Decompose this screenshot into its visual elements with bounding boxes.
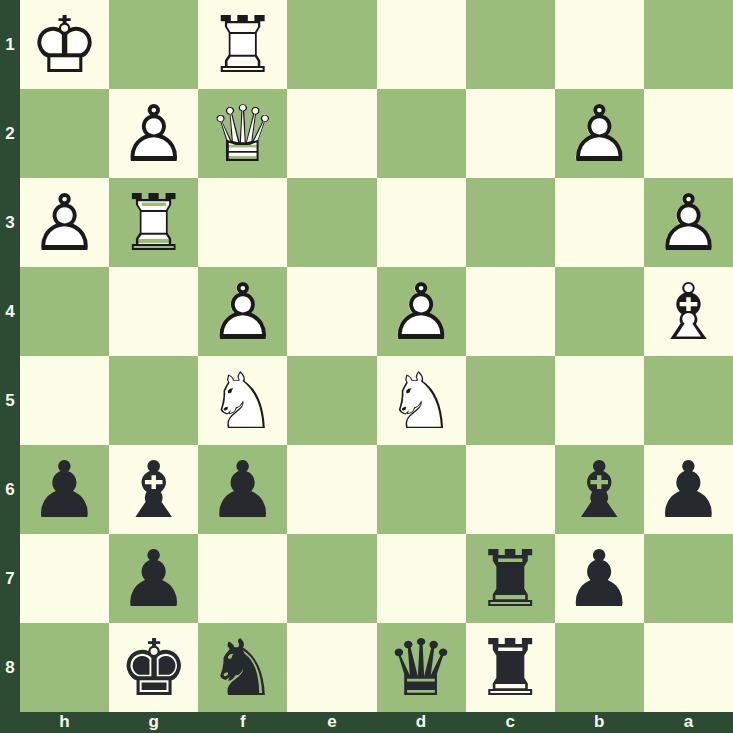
piece-white-rook[interactable]: ♜♖ [198,0,287,89]
square-h4[interactable] [20,267,109,356]
black-piece-glyph: ♟ [644,445,733,534]
file-label-c: c [466,712,555,733]
piece-black-pawn[interactable]: ♟ [555,534,644,623]
square-a4[interactable]: ♝♗ [644,267,733,356]
white-piece-outline-glyph: ♔ [20,0,109,89]
white-piece-outline-glyph: ♕ [198,89,287,178]
square-g7[interactable]: ♟ [109,534,198,623]
square-a6[interactable]: ♟ [644,445,733,534]
piece-black-rook[interactable]: ♜ [466,623,555,712]
file-label-f: f [198,712,287,733]
square-c3[interactable] [466,178,555,267]
square-e7[interactable] [287,534,376,623]
white-piece-outline-glyph: ♖ [198,0,287,89]
square-b8[interactable] [555,623,644,712]
square-b5[interactable] [555,356,644,445]
square-a8[interactable] [644,623,733,712]
border-corner [0,712,20,733]
piece-black-pawn[interactable]: ♟ [109,534,198,623]
square-b2[interactable]: ♟♙ [555,89,644,178]
black-piece-glyph: ♚ [109,623,198,712]
rank-label-7: 7 [0,534,20,623]
square-c8[interactable]: ♜ [466,623,555,712]
square-a3[interactable]: ♟♙ [644,178,733,267]
white-piece-outline-glyph: ♗ [644,267,733,356]
black-piece-glyph: ♞ [198,623,287,712]
square-c4[interactable] [466,267,555,356]
square-e2[interactable] [287,89,376,178]
piece-white-pawn[interactable]: ♟♙ [109,89,198,178]
black-piece-glyph: ♝ [109,445,198,534]
file-label-d: d [377,712,466,733]
square-h2[interactable] [20,89,109,178]
square-d2[interactable] [377,89,466,178]
piece-white-pawn[interactable]: ♟♙ [644,178,733,267]
rank-label-6: 6 [0,445,20,534]
black-piece-glyph: ♜ [466,534,555,623]
square-g6[interactable]: ♝ [109,445,198,534]
square-h5[interactable] [20,356,109,445]
piece-white-pawn[interactable]: ♟♙ [20,178,109,267]
square-e4[interactable] [287,267,376,356]
square-d8[interactable]: ♛ [377,623,466,712]
chess-board-frame: 12345678 ♚♔♜♖♟♙♛♕♟♙♟♙♜♖♟♙♟♙♟♙♝♗♞♘♞♘♟♝♟♝♟… [0,0,733,733]
black-piece-glyph: ♟ [555,534,644,623]
square-f7[interactable] [198,534,287,623]
piece-black-knight[interactable]: ♞ [198,623,287,712]
board: ♚♔♜♖♟♙♛♕♟♙♟♙♜♖♟♙♟♙♟♙♝♗♞♘♞♘♟♝♟♝♟♟♜♟♚♞♛♜ [20,0,733,712]
white-piece-outline-glyph: ♙ [198,267,287,356]
square-a7[interactable] [644,534,733,623]
square-d5[interactable]: ♞♘ [377,356,466,445]
file-label-g: g [109,712,198,733]
white-piece-outline-glyph: ♖ [109,178,198,267]
file-label-b: b [555,712,644,733]
black-piece-glyph: ♟ [198,445,287,534]
piece-white-bishop[interactable]: ♝♗ [644,267,733,356]
square-f4[interactable]: ♟♙ [198,267,287,356]
piece-black-king[interactable]: ♚ [109,623,198,712]
square-h6[interactable]: ♟ [20,445,109,534]
white-piece-outline-glyph: ♙ [377,267,466,356]
square-g4[interactable] [109,267,198,356]
square-e3[interactable] [287,178,376,267]
rank-label-8: 8 [0,623,20,712]
white-piece-outline-glyph: ♘ [377,356,466,445]
white-piece-outline-glyph: ♘ [198,356,287,445]
piece-white-rook[interactable]: ♜♖ [109,178,198,267]
square-h8[interactable] [20,623,109,712]
square-d3[interactable] [377,178,466,267]
square-c6[interactable] [466,445,555,534]
rank-label-2: 2 [0,89,20,178]
square-c1[interactable] [466,0,555,89]
square-d6[interactable] [377,445,466,534]
piece-black-rook[interactable]: ♜ [466,534,555,623]
square-e5[interactable] [287,356,376,445]
piece-white-king[interactable]: ♚♔ [20,0,109,89]
black-piece-glyph: ♜ [466,623,555,712]
square-b7[interactable]: ♟ [555,534,644,623]
rank-label-5: 5 [0,356,20,445]
piece-black-bishop[interactable]: ♝ [109,445,198,534]
rank-label-1: 1 [0,0,20,89]
rank-labels: 12345678 [0,0,20,712]
square-f2[interactable]: ♛♕ [198,89,287,178]
square-a1[interactable] [644,0,733,89]
square-b6[interactable]: ♝ [555,445,644,534]
black-piece-glyph: ♟ [20,445,109,534]
white-piece-outline-glyph: ♙ [644,178,733,267]
square-d7[interactable] [377,534,466,623]
black-piece-glyph: ♝ [555,445,644,534]
piece-white-knight[interactable]: ♞♘ [377,356,466,445]
square-f8[interactable]: ♞ [198,623,287,712]
square-g8[interactable]: ♚ [109,623,198,712]
square-g1[interactable] [109,0,198,89]
piece-black-pawn[interactable]: ♟ [198,445,287,534]
square-f6[interactable]: ♟ [198,445,287,534]
rank-label-3: 3 [0,178,20,267]
black-piece-glyph: ♟ [109,534,198,623]
square-e8[interactable] [287,623,376,712]
square-g2[interactable]: ♟♙ [109,89,198,178]
square-b3[interactable] [555,178,644,267]
piece-white-knight[interactable]: ♞♘ [198,356,287,445]
square-e6[interactable] [287,445,376,534]
piece-white-pawn[interactable]: ♟♙ [198,267,287,356]
square-d1[interactable] [377,0,466,89]
file-label-h: h [20,712,109,733]
square-h1[interactable]: ♚♔ [20,0,109,89]
square-f5[interactable]: ♞♘ [198,356,287,445]
piece-white-pawn[interactable]: ♟♙ [377,267,466,356]
square-f3[interactable] [198,178,287,267]
square-c5[interactable] [466,356,555,445]
piece-white-queen[interactable]: ♛♕ [198,89,287,178]
piece-black-pawn[interactable]: ♟ [20,445,109,534]
piece-black-bishop[interactable]: ♝ [555,445,644,534]
file-label-a: a [644,712,733,733]
square-g3[interactable]: ♜♖ [109,178,198,267]
piece-white-pawn[interactable]: ♟♙ [555,89,644,178]
square-a2[interactable] [644,89,733,178]
square-b1[interactable] [555,0,644,89]
square-g5[interactable] [109,356,198,445]
square-h7[interactable] [20,534,109,623]
piece-black-pawn[interactable]: ♟ [644,445,733,534]
square-b4[interactable] [555,267,644,356]
white-piece-outline-glyph: ♙ [20,178,109,267]
file-label-e: e [287,712,376,733]
white-piece-outline-glyph: ♙ [109,89,198,178]
square-d4[interactable]: ♟♙ [377,267,466,356]
square-h3[interactable]: ♟♙ [20,178,109,267]
square-e1[interactable] [287,0,376,89]
square-f1[interactable]: ♜♖ [198,0,287,89]
black-piece-glyph: ♛ [377,623,466,712]
rank-label-4: 4 [0,267,20,356]
piece-black-queen[interactable]: ♛ [377,623,466,712]
file-labels: hgfedcba [20,712,733,733]
square-c7[interactable]: ♜ [466,534,555,623]
square-c2[interactable] [466,89,555,178]
square-a5[interactable] [644,356,733,445]
white-piece-outline-glyph: ♙ [555,89,644,178]
